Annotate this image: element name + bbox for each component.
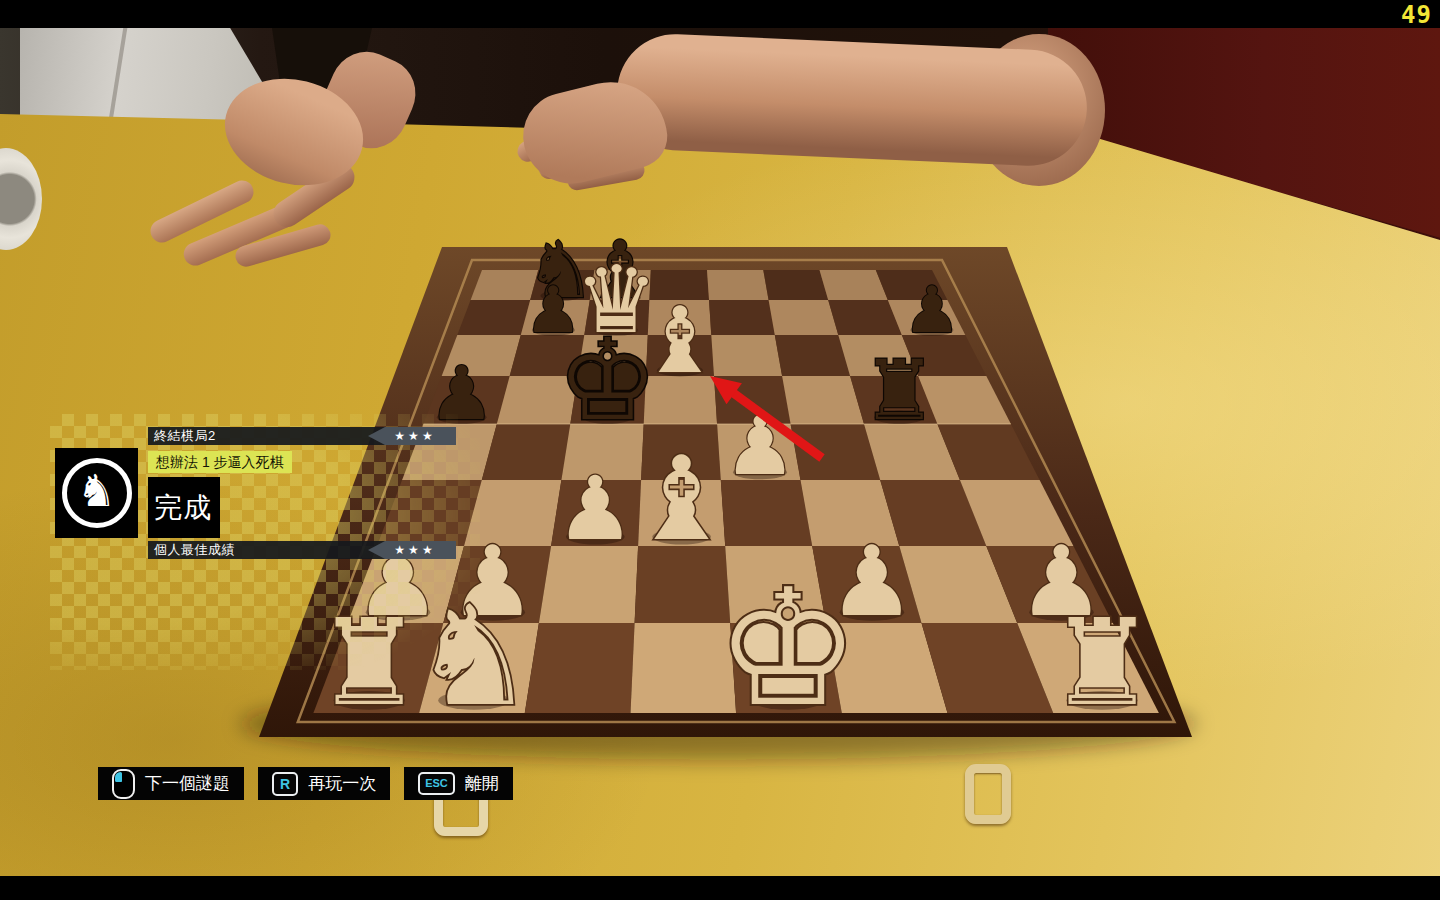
bottom-bar	[0, 876, 1440, 900]
puzzle-title-bar: 終結棋局2 ★★★	[148, 427, 456, 445]
square-g8	[820, 270, 888, 300]
frame-counter: 49	[1401, 1, 1432, 29]
square-f6	[775, 335, 850, 376]
chess-board: ♞♝♟♛♟♝♟♚♜♟♟♝♟♟♟♟♜♞♚♜	[0, 0, 1440, 900]
square-c1	[525, 623, 635, 713]
replay-button[interactable]: R 再玩一次	[258, 767, 390, 800]
best-score-bar: 個人最佳成績 ★★★	[148, 541, 456, 559]
puzzle-title: 終結棋局2	[154, 427, 216, 445]
badge-circle: ♞	[62, 458, 132, 528]
piece-black-rook-g5: ♜	[862, 342, 936, 439]
piece-white-knight-b1: ♞	[412, 576, 536, 737]
piece-white-rook-a1: ♜	[316, 594, 423, 732]
next-puzzle-label: 下一個謎題	[145, 772, 230, 795]
knight-badge-icon: ♞	[55, 448, 138, 538]
exit-button[interactable]: ESC 離開	[404, 767, 513, 800]
mouse-left-click-icon	[112, 769, 135, 799]
piece-white-bishop-d3: ♝	[630, 431, 734, 566]
key-esc-icon: ESC	[418, 772, 455, 795]
piece-black-king-c5: ♚	[557, 315, 657, 445]
piece-black-pawn-a5: ♟	[429, 350, 495, 436]
piece-black-pawn-h7: ♟	[903, 273, 960, 347]
action-bar: 下一個謎題 R 再玩一次 ESC 離開	[98, 767, 513, 800]
board-clasp-right	[965, 764, 1011, 824]
puzzle-stars: ★★★	[368, 427, 456, 445]
puzzle-status: 完成	[148, 477, 220, 538]
best-score-stars: ★★★	[368, 541, 456, 559]
piece-white-pawn-c3: ♟	[556, 457, 635, 560]
knight-glyph: ♞	[77, 469, 116, 513]
best-score-label: 個人最佳成績	[154, 541, 235, 559]
top-bar: 49	[0, 0, 1440, 28]
piece-white-king-e1: ♚	[716, 555, 860, 742]
square-f7	[769, 300, 839, 335]
exit-label: 離開	[465, 772, 499, 795]
piece-white-rook-h1: ♜	[1049, 594, 1156, 732]
game-screen: ♞♝♟♛♟♝♟♚♜♟♟♝♟♟♟♟♜♞♚♜ ♞ 終結棋局2 ★★★ 想辦法 1 步…	[0, 0, 1440, 900]
key-r-icon: R	[272, 772, 298, 796]
next-puzzle-button[interactable]: 下一個謎題	[98, 767, 244, 800]
replay-label: 再玩一次	[308, 772, 376, 795]
puzzle-objective: 想辦法 1 步逼入死棋	[148, 451, 292, 473]
square-f8	[763, 270, 828, 300]
square-e6	[711, 335, 782, 376]
